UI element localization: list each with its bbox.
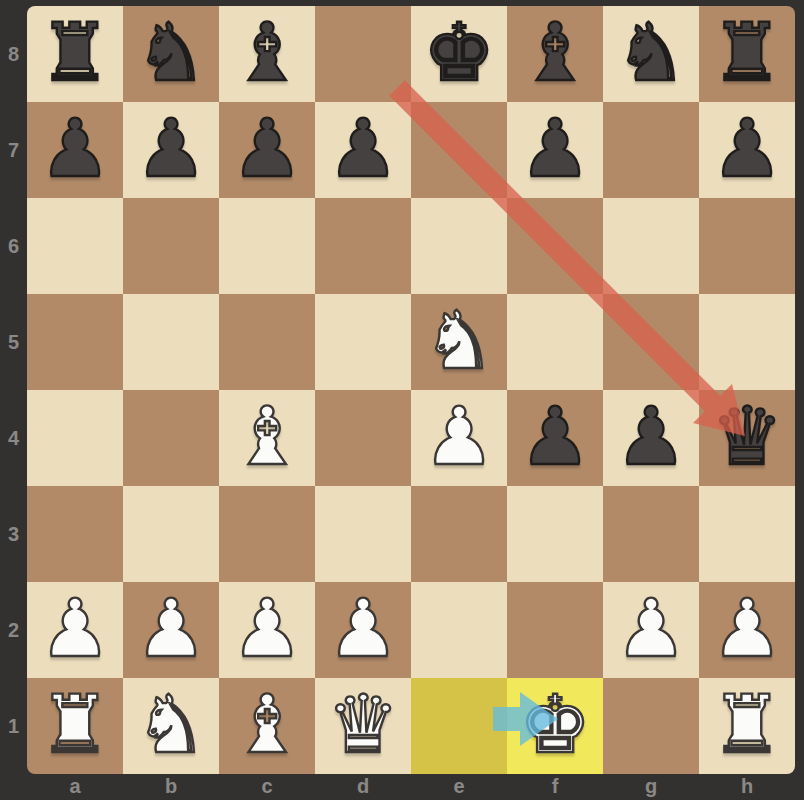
black-pawn-a7[interactable]: ♟ xyxy=(27,102,123,198)
square-e7[interactable] xyxy=(411,102,507,198)
square-e1[interactable] xyxy=(411,678,507,774)
rank-label-8: 8 xyxy=(0,6,27,102)
chess-app-stage: 87654321 ♜♞♝♚♝♞♜♟♟♟♟♟♟♞♝♟♟♟♛♟♟♟♟♟♟♜♞♝♛♚♜… xyxy=(0,0,804,800)
rank-label-5: 5 xyxy=(0,294,27,390)
square-a8[interactable]: ♜ xyxy=(27,6,123,102)
black-bishop-c8[interactable]: ♝ xyxy=(219,6,315,102)
square-b6[interactable] xyxy=(123,198,219,294)
square-e3[interactable] xyxy=(411,486,507,582)
white-pawn-g2[interactable]: ♟ xyxy=(603,582,699,678)
white-king-f1[interactable]: ♚ xyxy=(507,678,603,774)
white-pawn-h2[interactable]: ♟ xyxy=(699,582,795,678)
square-h3[interactable] xyxy=(699,486,795,582)
square-a5[interactable] xyxy=(27,294,123,390)
square-f7[interactable]: ♟ xyxy=(507,102,603,198)
square-c1[interactable]: ♝ xyxy=(219,678,315,774)
black-knight-g8[interactable]: ♞ xyxy=(603,6,699,102)
square-c7[interactable]: ♟ xyxy=(219,102,315,198)
black-rook-a8[interactable]: ♜ xyxy=(27,6,123,102)
square-a2[interactable]: ♟ xyxy=(27,582,123,678)
square-b1[interactable]: ♞ xyxy=(123,678,219,774)
square-g7[interactable] xyxy=(603,102,699,198)
square-e6[interactable] xyxy=(411,198,507,294)
square-h2[interactable]: ♟ xyxy=(699,582,795,678)
square-h5[interactable] xyxy=(699,294,795,390)
rank-label-3: 3 xyxy=(0,486,27,582)
white-pawn-a2[interactable]: ♟ xyxy=(27,582,123,678)
square-d2[interactable]: ♟ xyxy=(315,582,411,678)
rank-labels: 87654321 xyxy=(0,6,27,774)
black-rook-h8[interactable]: ♜ xyxy=(699,6,795,102)
white-knight-b1[interactable]: ♞ xyxy=(123,678,219,774)
white-bishop-c4[interactable]: ♝ xyxy=(219,390,315,486)
black-pawn-b7[interactable]: ♟ xyxy=(123,102,219,198)
white-bishop-c1[interactable]: ♝ xyxy=(219,678,315,774)
square-h8[interactable]: ♜ xyxy=(699,6,795,102)
chess-board[interactable]: ♜♞♝♚♝♞♜♟♟♟♟♟♟♞♝♟♟♟♛♟♟♟♟♟♟♜♞♝♛♚♜ xyxy=(27,6,795,774)
square-a1[interactable]: ♜ xyxy=(27,678,123,774)
file-label-a: a xyxy=(27,774,123,798)
square-g6[interactable] xyxy=(603,198,699,294)
file-label-b: b xyxy=(123,774,219,798)
black-pawn-g4[interactable]: ♟ xyxy=(603,390,699,486)
rank-label-6: 6 xyxy=(0,198,27,294)
white-pawn-e4[interactable]: ♟ xyxy=(411,390,507,486)
square-d4[interactable] xyxy=(315,390,411,486)
square-e8[interactable]: ♚ xyxy=(411,6,507,102)
rank-label-2: 2 xyxy=(0,582,27,678)
file-label-g: g xyxy=(603,774,699,798)
black-bishop-f8[interactable]: ♝ xyxy=(507,6,603,102)
square-h7[interactable]: ♟ xyxy=(699,102,795,198)
square-d8[interactable] xyxy=(315,6,411,102)
file-labels: abcdefgh xyxy=(27,774,795,800)
file-label-e: e xyxy=(411,774,507,798)
square-f3[interactable] xyxy=(507,486,603,582)
file-label-c: c xyxy=(219,774,315,798)
square-c3[interactable] xyxy=(219,486,315,582)
file-label-f: f xyxy=(507,774,603,798)
square-g3[interactable] xyxy=(603,486,699,582)
square-b8[interactable]: ♞ xyxy=(123,6,219,102)
square-c4[interactable]: ♝ xyxy=(219,390,315,486)
rank-label-4: 4 xyxy=(0,390,27,486)
square-e2[interactable] xyxy=(411,582,507,678)
square-d5[interactable] xyxy=(315,294,411,390)
square-c6[interactable] xyxy=(219,198,315,294)
square-b7[interactable]: ♟ xyxy=(123,102,219,198)
square-b4[interactable] xyxy=(123,390,219,486)
square-b5[interactable] xyxy=(123,294,219,390)
square-a4[interactable] xyxy=(27,390,123,486)
square-b3[interactable] xyxy=(123,486,219,582)
square-f6[interactable] xyxy=(507,198,603,294)
file-label-d: d xyxy=(315,774,411,798)
black-king-e8[interactable]: ♚ xyxy=(411,6,507,102)
square-d3[interactable] xyxy=(315,486,411,582)
black-pawn-f7[interactable]: ♟ xyxy=(507,102,603,198)
square-a7[interactable]: ♟ xyxy=(27,102,123,198)
black-pawn-f4[interactable]: ♟ xyxy=(507,390,603,486)
square-g8[interactable]: ♞ xyxy=(603,6,699,102)
square-h6[interactable] xyxy=(699,198,795,294)
square-f5[interactable] xyxy=(507,294,603,390)
black-pawn-h7[interactable]: ♟ xyxy=(699,102,795,198)
square-b2[interactable]: ♟ xyxy=(123,582,219,678)
square-c8[interactable]: ♝ xyxy=(219,6,315,102)
white-rook-h1[interactable]: ♜ xyxy=(699,678,795,774)
square-f4[interactable]: ♟ xyxy=(507,390,603,486)
black-knight-b8[interactable]: ♞ xyxy=(123,6,219,102)
rank-label-7: 7 xyxy=(0,102,27,198)
white-pawn-b2[interactable]: ♟ xyxy=(123,582,219,678)
file-label-h: h xyxy=(699,774,795,798)
white-rook-a1[interactable]: ♜ xyxy=(27,678,123,774)
square-c5[interactable] xyxy=(219,294,315,390)
black-pawn-c7[interactable]: ♟ xyxy=(219,102,315,198)
square-f1[interactable]: ♚ xyxy=(507,678,603,774)
square-g2[interactable]: ♟ xyxy=(603,582,699,678)
square-d6[interactable] xyxy=(315,198,411,294)
black-pawn-d7[interactable]: ♟ xyxy=(315,102,411,198)
square-g5[interactable] xyxy=(603,294,699,390)
square-a3[interactable] xyxy=(27,486,123,582)
square-f8[interactable]: ♝ xyxy=(507,6,603,102)
square-h4[interactable]: ♛ xyxy=(699,390,795,486)
black-queen-h4[interactable]: ♛ xyxy=(699,390,795,486)
white-pawn-d2[interactable]: ♟ xyxy=(315,582,411,678)
square-h1[interactable]: ♜ xyxy=(699,678,795,774)
square-e5[interactable]: ♞ xyxy=(411,294,507,390)
square-d1[interactable]: ♛ xyxy=(315,678,411,774)
square-g4[interactable]: ♟ xyxy=(603,390,699,486)
white-knight-e5[interactable]: ♞ xyxy=(411,294,507,390)
square-f2[interactable] xyxy=(507,582,603,678)
square-c2[interactable]: ♟ xyxy=(219,582,315,678)
square-a6[interactable] xyxy=(27,198,123,294)
white-pawn-c2[interactable]: ♟ xyxy=(219,582,315,678)
white-queen-d1[interactable]: ♛ xyxy=(315,678,411,774)
rank-label-1: 1 xyxy=(0,678,27,774)
square-g1[interactable] xyxy=(603,678,699,774)
square-e4[interactable]: ♟ xyxy=(411,390,507,486)
square-d7[interactable]: ♟ xyxy=(315,102,411,198)
